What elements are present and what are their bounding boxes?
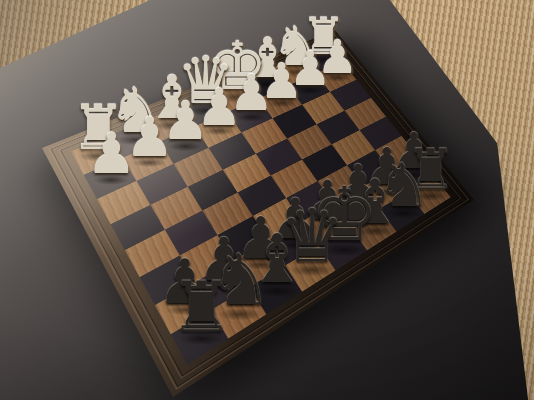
piece-black-rook-a1[interactable]: ♜: [170, 271, 232, 341]
piece-white-pawn-a7[interactable]: ♟: [86, 126, 136, 182]
scene: ♜♞♟♝♟♚♟♛♟♝♟♞♟♜♟♟♟♟♜♟♞♟♝♟♚♟♛♟♝♟♞♜: [0, 0, 534, 400]
